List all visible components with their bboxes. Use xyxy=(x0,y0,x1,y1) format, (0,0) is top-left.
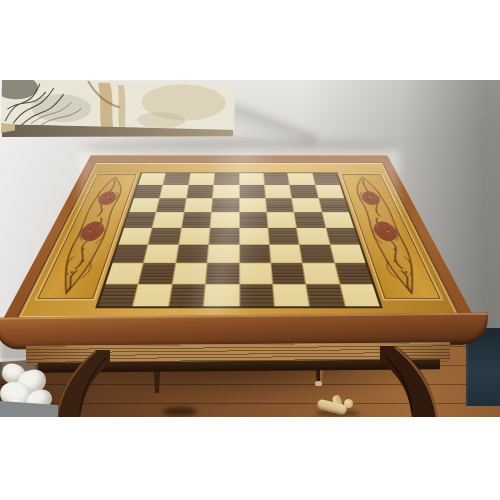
square-d5 xyxy=(211,212,239,227)
square-h5 xyxy=(322,212,353,227)
square-g7 xyxy=(290,185,318,197)
square-b4 xyxy=(149,228,181,244)
square-b5 xyxy=(153,212,183,227)
square-h4 xyxy=(326,228,359,244)
square-c5 xyxy=(182,212,211,227)
square-d2 xyxy=(206,264,238,284)
square-f6 xyxy=(266,198,294,212)
rear-leg-caster xyxy=(315,381,322,386)
square-d7 xyxy=(213,185,238,197)
fallen-piece-head xyxy=(344,399,353,408)
square-a6 xyxy=(129,198,159,212)
square-e6 xyxy=(239,198,266,212)
square-b6 xyxy=(157,198,186,212)
abstract-painting xyxy=(1,79,235,143)
photo-of-chess-table xyxy=(0,0,500,500)
square-b2 xyxy=(139,264,175,284)
leg-shadow xyxy=(163,407,197,416)
square-e8 xyxy=(239,173,263,184)
square-h8 xyxy=(313,173,340,184)
square-e1 xyxy=(240,284,274,306)
square-g3 xyxy=(300,245,334,263)
square-c4 xyxy=(179,228,210,244)
square-f3 xyxy=(270,245,302,263)
square-f1 xyxy=(273,284,309,306)
square-e2 xyxy=(240,264,272,284)
letterbox-top xyxy=(0,0,500,80)
square-e4 xyxy=(240,228,269,244)
square-g2 xyxy=(303,264,339,284)
square-a2 xyxy=(106,264,143,284)
square-c1 xyxy=(169,284,205,306)
square-c7 xyxy=(187,185,213,197)
square-g4 xyxy=(297,228,329,244)
square-b3 xyxy=(144,245,178,263)
square-e3 xyxy=(240,245,271,263)
square-h1 xyxy=(340,284,380,306)
square-a1 xyxy=(98,284,138,306)
square-f4 xyxy=(268,228,299,244)
square-d6 xyxy=(212,198,239,212)
square-d8 xyxy=(214,173,238,184)
square-g8 xyxy=(288,173,314,184)
square-f7 xyxy=(265,185,291,197)
square-d4 xyxy=(209,228,238,244)
square-e7 xyxy=(239,185,264,197)
square-h7 xyxy=(315,185,344,197)
square-c3 xyxy=(176,245,208,263)
square-a3 xyxy=(113,245,148,263)
front-right-leg xyxy=(380,346,456,418)
square-a4 xyxy=(119,228,152,244)
square-a8 xyxy=(138,173,165,184)
square-f8 xyxy=(264,173,289,184)
square-f5 xyxy=(267,212,296,227)
chessboard xyxy=(95,172,383,308)
square-f2 xyxy=(271,264,305,284)
square-a7 xyxy=(134,185,163,197)
square-a5 xyxy=(124,212,155,227)
painting-artwork xyxy=(1,79,235,129)
square-h3 xyxy=(330,245,365,263)
square-h2 xyxy=(335,264,372,284)
square-b8 xyxy=(164,173,190,184)
square-e5 xyxy=(239,212,267,227)
square-c8 xyxy=(189,173,214,184)
square-h6 xyxy=(319,198,349,212)
square-d3 xyxy=(208,245,239,263)
square-c6 xyxy=(184,198,212,212)
square-g5 xyxy=(295,212,325,227)
square-g6 xyxy=(292,198,321,212)
letterbox-bottom xyxy=(0,417,500,500)
painting-canvas xyxy=(1,79,235,129)
square-b1 xyxy=(134,284,172,306)
square-d1 xyxy=(204,284,238,306)
square-c2 xyxy=(173,264,207,284)
square-g1 xyxy=(307,284,345,306)
square-b7 xyxy=(160,185,188,197)
